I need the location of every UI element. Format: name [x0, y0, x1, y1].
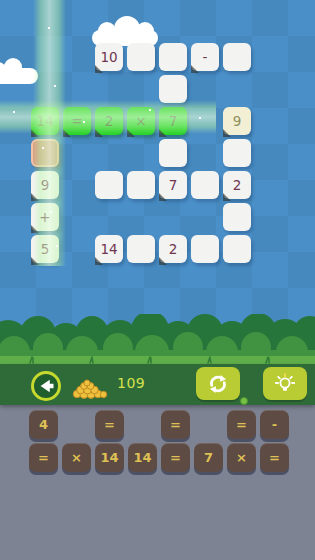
cell-value: ×	[71, 450, 82, 465]
board-cell[interactable]: 9	[223, 107, 251, 135]
board-cell[interactable]	[159, 43, 187, 71]
cell-value: =	[269, 450, 280, 465]
cell-value: ×	[135, 113, 146, 129]
board-cell[interactable]: 7	[159, 107, 187, 135]
puzzle-board: 10-14=2×79972+5142	[31, 43, 251, 263]
cell-value: =	[170, 417, 181, 432]
board-cell[interactable]	[127, 171, 155, 199]
lightbulb-icon	[273, 372, 297, 396]
board-cell[interactable]: 14	[95, 235, 123, 263]
tray-tile[interactable]: ×	[62, 443, 91, 472]
cell-value: 7	[169, 177, 178, 193]
board-cell[interactable]	[159, 139, 187, 167]
corner-fold-decoration	[95, 65, 103, 73]
board-cell[interactable]: 2	[95, 107, 123, 135]
cell-value: 4	[39, 417, 48, 432]
cell-value: 9	[233, 113, 242, 129]
board-cell[interactable]	[223, 139, 251, 167]
board-cell[interactable]: 14	[31, 107, 59, 135]
tray-tile[interactable]: =	[161, 410, 190, 439]
tray-tile[interactable]: -	[260, 410, 289, 439]
cell-value: =	[170, 450, 181, 465]
board-cell[interactable]	[127, 43, 155, 71]
cell-value: 14	[36, 113, 53, 129]
bushes-decoration	[0, 314, 315, 364]
hint-button[interactable]	[263, 367, 307, 400]
back-arrow-icon	[36, 376, 56, 396]
board-cell[interactable]: ×	[127, 107, 155, 135]
corner-fold-decoration	[223, 193, 231, 201]
back-button[interactable]	[31, 371, 61, 401]
coin-pile-icon	[72, 377, 108, 399]
board-cell[interactable]	[31, 139, 59, 167]
board-cell[interactable]: =	[63, 107, 91, 135]
tray-tile[interactable]: 7	[194, 443, 223, 472]
board-cell[interactable]	[159, 75, 187, 103]
tray-tile[interactable]: ×	[227, 443, 256, 472]
corner-fold-decoration	[159, 129, 167, 137]
app-screen: 10-14=2×79972+5142	[0, 0, 315, 560]
cell-value: ×	[236, 450, 247, 465]
board-cell[interactable]	[223, 203, 251, 231]
board-cell[interactable]: -	[191, 43, 219, 71]
board-cell[interactable]	[127, 235, 155, 263]
board-cell[interactable]	[191, 171, 219, 199]
cell-value: -	[203, 49, 208, 65]
cell-value: +	[39, 209, 50, 225]
green-dot-decoration	[240, 397, 248, 405]
cell-value: =	[71, 113, 82, 129]
board-cell[interactable]: 5	[31, 235, 59, 263]
tray-tile[interactable]: =	[29, 443, 58, 472]
board-cell[interactable]: 9	[31, 171, 59, 199]
board-cell[interactable]: +	[31, 203, 59, 231]
cell-value: =	[38, 450, 49, 465]
hud-bar: 109	[0, 364, 315, 405]
tray-tile[interactable]: =	[95, 410, 124, 439]
cell-value: 7	[204, 450, 213, 465]
tray-tile[interactable]: =	[260, 443, 289, 472]
corner-fold-decoration	[31, 225, 39, 233]
corner-fold-decoration	[159, 193, 167, 201]
tray-tile[interactable]: =	[161, 443, 190, 472]
tray-tile[interactable]: 4	[29, 410, 58, 439]
board-cell[interactable]: 2	[223, 171, 251, 199]
cell-value: 14	[100, 450, 118, 465]
corner-fold-decoration	[31, 129, 39, 137]
refresh-button[interactable]	[196, 367, 240, 400]
refresh-icon	[207, 373, 229, 395]
cell-value: 5	[41, 241, 50, 257]
cell-value: 14	[133, 450, 151, 465]
corner-fold-decoration	[63, 129, 71, 137]
board-cell[interactable]	[223, 235, 251, 263]
cell-value: 2	[105, 113, 114, 129]
cell-value: 2	[233, 177, 242, 193]
corner-fold-decoration	[223, 129, 231, 137]
cell-value: 10	[100, 49, 117, 65]
board-cell[interactable]: 10	[95, 43, 123, 71]
corner-fold-decoration	[191, 65, 199, 73]
tray-tile[interactable]: =	[227, 410, 256, 439]
corner-fold-decoration	[95, 129, 103, 137]
tray-tile[interactable]: 14	[128, 443, 157, 472]
tray-grid: 4===-=×1414=7×=	[29, 410, 289, 505]
board-cell[interactable]	[191, 235, 219, 263]
board-cell[interactable]	[223, 43, 251, 71]
cell-value: 2	[169, 241, 178, 257]
board-cell[interactable]: 7	[159, 171, 187, 199]
tile-tray: 4===-=×1414=7×=	[0, 405, 315, 560]
cell-value: =	[104, 417, 115, 432]
coin-count: 109	[117, 375, 145, 391]
cell-value: -	[272, 417, 277, 432]
cell-value: 14	[100, 241, 117, 257]
cell-value: 9	[41, 177, 50, 193]
corner-fold-decoration	[31, 193, 39, 201]
tray-tile[interactable]: 14	[95, 443, 124, 472]
board-cell[interactable]	[95, 171, 123, 199]
corner-fold-decoration	[127, 129, 135, 137]
cell-value: 7	[169, 113, 178, 129]
cell-value: =	[236, 417, 247, 432]
board-cell[interactable]: 2	[159, 235, 187, 263]
